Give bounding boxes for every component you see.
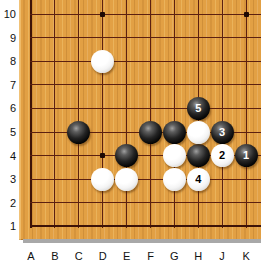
grid-line-vertical bbox=[126, 0, 127, 228]
go-board[interactable]: 13524 bbox=[19, 0, 261, 240]
row-label-2: 2 bbox=[0, 196, 16, 210]
column-label-D: D bbox=[95, 250, 111, 263]
grid-line-horizontal bbox=[30, 61, 262, 62]
grid-line-vertical bbox=[174, 0, 175, 228]
move-number-label: 5 bbox=[187, 97, 210, 120]
row-label-4: 4 bbox=[0, 149, 16, 163]
stone-white-G4[interactable] bbox=[163, 144, 186, 167]
go-diagram-page: 13524 10987654321ABCDEFGHJK bbox=[0, 0, 261, 264]
stone-black-G5[interactable] bbox=[163, 121, 186, 144]
grid-line-horizontal bbox=[30, 37, 262, 38]
stone-black-E4[interactable] bbox=[115, 144, 138, 167]
grid-line-vertical bbox=[54, 0, 55, 228]
stone-white-G3[interactable] bbox=[163, 168, 186, 191]
grid-line-horizontal bbox=[30, 14, 262, 15]
move-number-label: 4 bbox=[187, 168, 210, 191]
stone-black-K4[interactable]: 1 bbox=[235, 144, 258, 167]
grid-line-vertical bbox=[102, 0, 103, 228]
stone-black-J5[interactable]: 3 bbox=[211, 121, 234, 144]
grid-line-vertical bbox=[222, 0, 223, 228]
row-label-9: 9 bbox=[0, 31, 16, 45]
stone-black-H6[interactable]: 5 bbox=[187, 97, 210, 120]
column-label-F: F bbox=[143, 250, 159, 263]
column-label-G: G bbox=[166, 250, 182, 263]
stone-white-E3[interactable] bbox=[115, 168, 138, 191]
star-point-D4 bbox=[100, 153, 105, 158]
column-label-J: J bbox=[214, 250, 230, 263]
move-number-label: 3 bbox=[211, 121, 234, 144]
stone-black-C5[interactable] bbox=[67, 121, 90, 144]
column-label-K: K bbox=[238, 250, 254, 263]
grid-line-horizontal bbox=[30, 84, 262, 85]
column-label-C: C bbox=[71, 250, 87, 263]
row-label-6: 6 bbox=[0, 101, 16, 115]
move-number-label: 2 bbox=[211, 144, 234, 167]
board-shadow bbox=[23, 239, 261, 243]
grid-line-horizontal bbox=[30, 202, 262, 203]
column-label-E: E bbox=[119, 250, 135, 263]
grid-line-vertical bbox=[30, 0, 32, 228]
row-label-3: 3 bbox=[0, 172, 16, 186]
column-label-A: A bbox=[23, 250, 39, 263]
row-label-1: 1 bbox=[0, 219, 16, 233]
stone-white-H5[interactable] bbox=[187, 121, 210, 144]
grid-line-vertical bbox=[78, 0, 79, 228]
row-label-7: 7 bbox=[0, 78, 16, 92]
grid-line-vertical bbox=[246, 0, 247, 228]
star-point-K10 bbox=[244, 12, 249, 17]
row-label-5: 5 bbox=[0, 125, 16, 139]
column-label-H: H bbox=[190, 250, 206, 263]
stone-black-F5[interactable] bbox=[139, 121, 162, 144]
row-label-10: 10 bbox=[0, 7, 16, 21]
stone-white-H3[interactable]: 4 bbox=[187, 168, 210, 191]
row-label-8: 8 bbox=[0, 54, 16, 68]
stone-white-D3[interactable] bbox=[91, 168, 114, 191]
move-number-label: 1 bbox=[235, 144, 258, 167]
stone-white-D8[interactable] bbox=[91, 50, 114, 73]
grid-line-horizontal bbox=[30, 179, 262, 180]
grid-line-vertical bbox=[150, 0, 151, 228]
stone-white-J4[interactable]: 2 bbox=[211, 144, 234, 167]
stone-black-H4[interactable] bbox=[187, 144, 210, 167]
star-point-D10 bbox=[100, 12, 105, 17]
column-label-B: B bbox=[47, 250, 63, 263]
grid-line-horizontal bbox=[30, 225, 262, 227]
grid-line-horizontal bbox=[30, 108, 262, 109]
